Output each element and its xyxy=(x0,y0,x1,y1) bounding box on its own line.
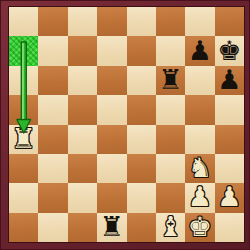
square-d5[interactable] xyxy=(97,95,126,124)
square-c8[interactable] xyxy=(68,7,97,36)
square-b8[interactable] xyxy=(38,7,67,36)
piece-white-pawn-g2[interactable]: ♟ xyxy=(188,183,212,210)
square-a7[interactable] xyxy=(9,36,38,65)
square-a6[interactable] xyxy=(9,66,38,95)
square-c4[interactable] xyxy=(68,125,97,154)
square-a2[interactable] xyxy=(9,183,38,212)
square-c2[interactable] xyxy=(68,183,97,212)
square-d3[interactable] xyxy=(97,154,126,183)
square-c7[interactable] xyxy=(68,36,97,65)
square-f8[interactable] xyxy=(156,7,185,36)
square-g3[interactable]: ♞ xyxy=(185,154,214,183)
square-d6[interactable] xyxy=(97,66,126,95)
square-h1[interactable] xyxy=(215,213,244,242)
piece-black-rook-d1[interactable]: ♜ xyxy=(100,213,124,240)
square-f1[interactable]: ♝ xyxy=(156,213,185,242)
square-f4[interactable] xyxy=(156,125,185,154)
chess-board: ♟♚♜♟♜♞♟♟♜♝♚ xyxy=(9,7,244,242)
square-g1[interactable]: ♚ xyxy=(185,213,214,242)
square-g4[interactable] xyxy=(185,125,214,154)
square-g5[interactable] xyxy=(185,95,214,124)
square-d2[interactable] xyxy=(97,183,126,212)
piece-white-rook-a4[interactable]: ♜ xyxy=(12,125,36,152)
square-f2[interactable] xyxy=(156,183,185,212)
piece-white-bishop-f1[interactable]: ♝ xyxy=(158,213,182,240)
square-g6[interactable] xyxy=(185,66,214,95)
square-b1[interactable] xyxy=(38,213,67,242)
square-d8[interactable] xyxy=(97,7,126,36)
square-g8[interactable] xyxy=(185,7,214,36)
square-b6[interactable] xyxy=(38,66,67,95)
square-a4[interactable]: ♜ xyxy=(9,125,38,154)
square-h8[interactable] xyxy=(215,7,244,36)
piece-black-pawn-h6[interactable]: ♟ xyxy=(217,66,241,93)
square-a5[interactable] xyxy=(9,95,38,124)
square-e6[interactable] xyxy=(127,66,156,95)
square-f7[interactable] xyxy=(156,36,185,65)
square-b3[interactable] xyxy=(38,154,67,183)
square-e8[interactable] xyxy=(127,7,156,36)
square-f3[interactable] xyxy=(156,154,185,183)
square-c3[interactable] xyxy=(68,154,97,183)
square-c6[interactable] xyxy=(68,66,97,95)
square-h5[interactable] xyxy=(215,95,244,124)
square-e2[interactable] xyxy=(127,183,156,212)
square-e3[interactable] xyxy=(127,154,156,183)
square-b5[interactable] xyxy=(38,95,67,124)
square-h7[interactable]: ♚ xyxy=(215,36,244,65)
chess-app-window: ♟♚♜♟♜♞♟♟♜♝♚ xyxy=(0,0,250,250)
square-a3[interactable] xyxy=(9,154,38,183)
square-g7[interactable]: ♟ xyxy=(185,36,214,65)
piece-black-pawn-g7[interactable]: ♟ xyxy=(188,37,212,64)
square-h4[interactable] xyxy=(215,125,244,154)
square-a1[interactable] xyxy=(9,213,38,242)
piece-black-rook-f6[interactable]: ♜ xyxy=(158,66,182,93)
square-b2[interactable] xyxy=(38,183,67,212)
square-f6[interactable]: ♜ xyxy=(156,66,185,95)
square-e1[interactable] xyxy=(127,213,156,242)
square-g2[interactable]: ♟ xyxy=(185,183,214,212)
square-c5[interactable] xyxy=(68,95,97,124)
piece-white-knight-g3[interactable]: ♞ xyxy=(188,154,212,181)
square-b7[interactable] xyxy=(38,36,67,65)
piece-black-king-h7[interactable]: ♚ xyxy=(217,37,241,64)
square-f5[interactable] xyxy=(156,95,185,124)
square-h6[interactable]: ♟ xyxy=(215,66,244,95)
square-b4[interactable] xyxy=(38,125,67,154)
square-d1[interactable]: ♜ xyxy=(97,213,126,242)
piece-white-pawn-h2[interactable]: ♟ xyxy=(217,183,241,210)
square-c1[interactable] xyxy=(68,213,97,242)
square-d7[interactable] xyxy=(97,36,126,65)
square-h3[interactable] xyxy=(215,154,244,183)
square-e5[interactable] xyxy=(127,95,156,124)
square-a8[interactable] xyxy=(9,7,38,36)
square-d4[interactable] xyxy=(97,125,126,154)
square-h2[interactable]: ♟ xyxy=(215,183,244,212)
square-e7[interactable] xyxy=(127,36,156,65)
square-e4[interactable] xyxy=(127,125,156,154)
piece-white-king-g1[interactable]: ♚ xyxy=(188,213,212,240)
